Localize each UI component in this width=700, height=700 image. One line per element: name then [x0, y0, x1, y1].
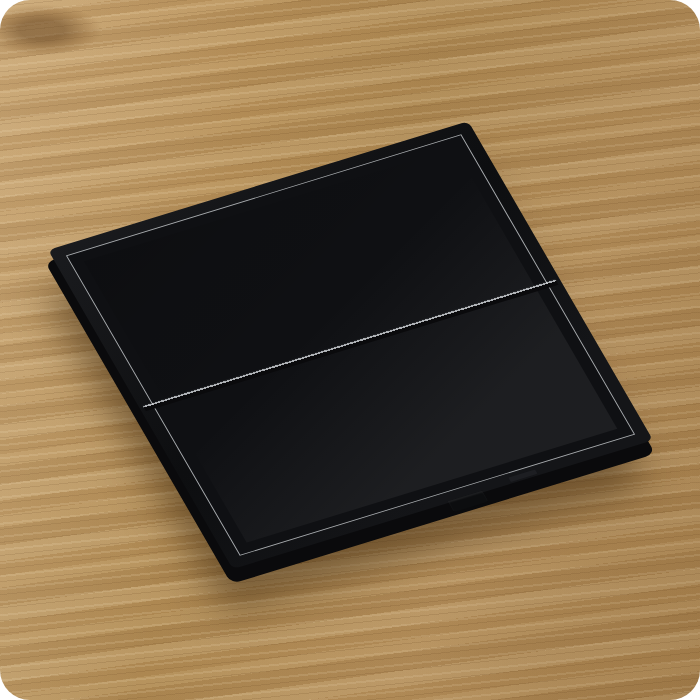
product-photo-canvas: [0, 0, 700, 700]
